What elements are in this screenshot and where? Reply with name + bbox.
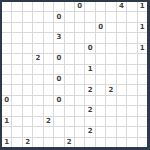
cell-r12c10[interactable]	[106, 127, 115, 136]
cell-r9c10[interactable]	[106, 96, 115, 105]
cell-r5c6[interactable]	[65, 54, 74, 63]
clue-cell-r9c0[interactable]: 0	[2, 96, 11, 105]
cell-r6c12[interactable]	[127, 65, 136, 74]
cell-r7c6[interactable]	[65, 75, 74, 84]
cell-r8c6[interactable]	[65, 85, 74, 94]
cell-r1c11[interactable]	[117, 12, 126, 21]
clue-cell-r9c5[interactable]: 0	[54, 96, 63, 105]
cell-r5c0[interactable]	[2, 54, 11, 63]
cell-r11c9[interactable]	[96, 117, 105, 126]
cell-r0c9[interactable]	[96, 2, 105, 11]
cell-r2c11[interactable]	[117, 23, 126, 32]
cell-r2c0[interactable]	[2, 23, 11, 32]
cell-r7c11[interactable]	[117, 75, 126, 84]
cell-r12c11[interactable]	[117, 127, 126, 136]
cell-r4c2[interactable]	[23, 44, 32, 53]
cell-r6c5[interactable]	[54, 65, 63, 74]
cell-r11c12[interactable]	[127, 117, 136, 126]
cell-r7c4[interactable]	[44, 75, 53, 84]
cell-r11c7[interactable]	[75, 117, 84, 126]
cell-r12c5[interactable]	[54, 127, 63, 136]
cell-r3c0[interactable]	[2, 33, 11, 42]
cell-r8c9[interactable]	[96, 85, 105, 94]
cell-r2c3[interactable]	[33, 23, 42, 32]
cell-r8c5[interactable]	[54, 85, 63, 94]
cell-r7c10[interactable]	[106, 75, 115, 84]
cell-r3c6[interactable]	[65, 33, 74, 42]
cell-r7c2[interactable]	[23, 75, 32, 84]
cell-r8c1[interactable]	[12, 85, 21, 94]
cell-r1c13[interactable]	[138, 12, 147, 21]
cell-r5c13[interactable]	[138, 54, 147, 63]
cell-r6c4[interactable]	[44, 65, 53, 74]
cell-r4c1[interactable]	[12, 44, 21, 53]
cell-r5c12[interactable]	[127, 54, 136, 63]
cell-r13c9[interactable]	[96, 138, 105, 147]
clue-cell-r4c8[interactable]: 0	[85, 44, 94, 53]
cell-r5c9[interactable]	[96, 54, 105, 63]
cell-r6c13[interactable]	[138, 65, 147, 74]
cell-r7c8[interactable]	[85, 75, 94, 84]
cell-r3c1[interactable]	[12, 33, 21, 42]
clue-cell-r12c8[interactable]: 2	[85, 127, 94, 136]
cell-r12c12[interactable]	[127, 127, 136, 136]
cell-r4c4[interactable]	[44, 44, 53, 53]
cell-r8c11[interactable]	[117, 85, 126, 94]
cell-r8c7[interactable]	[75, 85, 84, 94]
cell-r10c9[interactable]	[96, 106, 105, 115]
cell-r6c3[interactable]	[33, 65, 42, 74]
cell-r11c1[interactable]	[12, 117, 21, 126]
cell-r2c2[interactable]	[23, 23, 32, 32]
cell-r2c6[interactable]	[65, 23, 74, 32]
clue-cell-r2c13[interactable]: 1	[138, 23, 147, 32]
cell-r2c7[interactable]	[75, 23, 84, 32]
cell-r9c1[interactable]	[12, 96, 21, 105]
cell-r11c5[interactable]	[54, 117, 63, 126]
cell-r4c12[interactable]	[127, 44, 136, 53]
cell-r13c7[interactable]	[75, 138, 84, 147]
cell-r3c8[interactable]	[85, 33, 94, 42]
cell-r1c10[interactable]	[106, 12, 115, 21]
cell-r12c2[interactable]	[23, 127, 32, 136]
clue-cell-r3c5[interactable]: 3	[54, 33, 63, 42]
clue-cell-r0c7[interactable]: 0	[75, 2, 84, 11]
cell-r6c2[interactable]	[23, 65, 32, 74]
cell-r7c0[interactable]	[2, 75, 11, 84]
cell-r5c2[interactable]	[23, 54, 32, 63]
cell-r13c3[interactable]	[33, 138, 42, 147]
cell-r2c1[interactable]	[12, 23, 21, 32]
cell-r13c12[interactable]	[127, 138, 136, 147]
cell-r12c7[interactable]	[75, 127, 84, 136]
cell-r3c12[interactable]	[127, 33, 136, 42]
cell-r1c0[interactable]	[2, 12, 11, 21]
cell-r11c3[interactable]	[33, 117, 42, 126]
cell-r9c7[interactable]	[75, 96, 84, 105]
cell-r9c4[interactable]	[44, 96, 53, 105]
cell-r3c9[interactable]	[96, 33, 105, 42]
cell-r8c3[interactable]	[33, 85, 42, 94]
cell-r13c11[interactable]	[117, 138, 126, 147]
cell-r2c12[interactable]	[127, 23, 136, 32]
cell-r6c6[interactable]	[65, 65, 74, 74]
clue-cell-r0c11[interactable]: 4	[117, 2, 126, 11]
clue-cell-r0c13[interactable]: 1	[138, 2, 147, 11]
cell-r0c10[interactable]	[106, 2, 115, 11]
cell-r11c6[interactable]	[65, 117, 74, 126]
cell-r7c12[interactable]	[127, 75, 136, 84]
cell-r10c6[interactable]	[65, 106, 74, 115]
cell-r13c8[interactable]	[85, 138, 94, 147]
cell-r5c8[interactable]	[85, 54, 94, 63]
cell-r0c12[interactable]	[127, 2, 136, 11]
cell-r11c2[interactable]	[23, 117, 32, 126]
cell-r9c3[interactable]	[33, 96, 42, 105]
cell-r11c11[interactable]	[117, 117, 126, 126]
cell-r1c1[interactable]	[12, 12, 21, 21]
cell-r4c3[interactable]	[33, 44, 42, 53]
cell-r9c12[interactable]	[127, 96, 136, 105]
cell-r12c9[interactable]	[96, 127, 105, 136]
cell-r9c8[interactable]	[85, 96, 94, 105]
clue-cell-r4c13[interactable]: 1	[138, 44, 147, 53]
cell-r1c6[interactable]	[65, 12, 74, 21]
cell-r10c3[interactable]	[33, 106, 42, 115]
cell-r0c4[interactable]	[44, 2, 53, 11]
cell-r7c9[interactable]	[96, 75, 105, 84]
cell-r0c1[interactable]	[12, 2, 21, 11]
cell-r4c6[interactable]	[65, 44, 74, 53]
cell-r6c9[interactable]	[96, 65, 105, 74]
cell-r3c13[interactable]	[138, 33, 147, 42]
cell-r9c11[interactable]	[117, 96, 126, 105]
cell-r2c8[interactable]	[85, 23, 94, 32]
cell-r9c2[interactable]	[23, 96, 32, 105]
cell-r4c10[interactable]	[106, 44, 115, 53]
cell-r11c13[interactable]	[138, 117, 147, 126]
cell-r8c12[interactable]	[127, 85, 136, 94]
cell-r2c10[interactable]	[106, 23, 115, 32]
cell-r0c5[interactable]	[54, 2, 63, 11]
clue-cell-r5c5[interactable]: 0	[54, 54, 63, 63]
cell-r3c4[interactable]	[44, 33, 53, 42]
cell-r4c11[interactable]	[117, 44, 126, 53]
clue-cell-r11c4[interactable]: 2	[44, 117, 53, 126]
cell-r3c3[interactable]	[33, 33, 42, 42]
cell-r0c6[interactable]	[65, 2, 74, 11]
cell-r6c11[interactable]	[117, 65, 126, 74]
cell-r3c7[interactable]	[75, 33, 84, 42]
clue-cell-r13c0[interactable]: 1	[2, 138, 11, 147]
cell-r7c1[interactable]	[12, 75, 21, 84]
cell-r7c7[interactable]	[75, 75, 84, 84]
clue-cell-r8c8[interactable]: 2	[85, 85, 94, 94]
cell-r1c8[interactable]	[85, 12, 94, 21]
cell-r10c5[interactable]	[54, 106, 63, 115]
cell-r9c13[interactable]	[138, 96, 147, 105]
cell-r3c2[interactable]	[23, 33, 32, 42]
clue-cell-r6c8[interactable]: 1	[85, 65, 94, 74]
cell-r7c13[interactable]	[138, 75, 147, 84]
cell-r5c7[interactable]	[75, 54, 84, 63]
cell-r11c10[interactable]	[106, 117, 115, 126]
cell-r9c9[interactable]	[96, 96, 105, 105]
cell-r12c6[interactable]	[65, 127, 74, 136]
cell-r1c4[interactable]	[44, 12, 53, 21]
cell-r12c4[interactable]	[44, 127, 53, 136]
cell-r6c10[interactable]	[106, 65, 115, 74]
cell-r0c3[interactable]	[33, 2, 42, 11]
clue-cell-r13c2[interactable]: 2	[23, 138, 32, 147]
cell-r1c9[interactable]	[96, 12, 105, 21]
cell-r10c11[interactable]	[117, 106, 126, 115]
cell-r0c0[interactable]	[2, 2, 11, 11]
cell-r4c7[interactable]	[75, 44, 84, 53]
cell-r13c1[interactable]	[12, 138, 21, 147]
cell-r12c0[interactable]	[2, 127, 11, 136]
cell-r8c4[interactable]	[44, 85, 53, 94]
cell-r12c1[interactable]	[12, 127, 21, 136]
cell-r0c8[interactable]	[85, 2, 94, 11]
cell-r5c11[interactable]	[117, 54, 126, 63]
cell-r0c2[interactable]	[23, 2, 32, 11]
cell-r3c11[interactable]	[117, 33, 126, 42]
cell-r13c5[interactable]	[54, 138, 63, 147]
clue-cell-r11c0[interactable]: 1	[2, 117, 11, 126]
clue-cell-r8c10[interactable]: 2	[106, 85, 115, 94]
cell-r13c13[interactable]	[138, 138, 147, 147]
cell-r5c4[interactable]	[44, 54, 53, 63]
cell-r10c4[interactable]	[44, 106, 53, 115]
clue-cell-r7c5[interactable]: 0	[54, 75, 63, 84]
cell-r1c2[interactable]	[23, 12, 32, 21]
cell-r8c13[interactable]	[138, 85, 147, 94]
clue-cell-r5c3[interactable]: 2	[33, 54, 42, 63]
cell-r10c2[interactable]	[23, 106, 32, 115]
cell-r6c0[interactable]	[2, 65, 11, 74]
cell-r13c10[interactable]	[106, 138, 115, 147]
cell-r5c10[interactable]	[106, 54, 115, 63]
cell-r9c6[interactable]	[65, 96, 74, 105]
cell-r6c1[interactable]	[12, 65, 21, 74]
cell-r10c12[interactable]	[127, 106, 136, 115]
cell-r10c13[interactable]	[138, 106, 147, 115]
clue-cell-r1c5[interactable]: 0	[54, 12, 63, 21]
clue-cell-r2c9[interactable]: 0	[96, 23, 105, 32]
cell-r5c1[interactable]	[12, 54, 21, 63]
cell-r6c7[interactable]	[75, 65, 84, 74]
cell-r1c12[interactable]	[127, 12, 136, 21]
cell-r13c4[interactable]	[44, 138, 53, 147]
cell-r8c0[interactable]	[2, 85, 11, 94]
cell-r10c1[interactable]	[12, 106, 21, 115]
cell-r11c8[interactable]	[85, 117, 94, 126]
cell-r12c13[interactable]	[138, 127, 147, 136]
cell-r4c5[interactable]	[54, 44, 63, 53]
cell-r2c5[interactable]	[54, 23, 63, 32]
cell-r3c10[interactable]	[106, 33, 115, 42]
cell-r1c3[interactable]	[33, 12, 42, 21]
cell-r4c9[interactable]	[96, 44, 105, 53]
cell-r12c3[interactable]	[33, 127, 42, 136]
cell-r10c0[interactable]	[2, 106, 11, 115]
cell-r4c0[interactable]	[2, 44, 11, 53]
cell-r2c4[interactable]	[44, 23, 53, 32]
cell-r8c2[interactable]	[23, 85, 32, 94]
clue-cell-r10c8[interactable]: 2	[85, 106, 94, 115]
cell-r7c3[interactable]	[33, 75, 42, 84]
cell-r1c7[interactable]	[75, 12, 84, 21]
puzzle-board: 041001301201022002122122	[0, 0, 150, 150]
clue-cell-r13c6[interactable]: 2	[65, 138, 74, 147]
cell-r10c10[interactable]	[106, 106, 115, 115]
cell-r10c7[interactable]	[75, 106, 84, 115]
